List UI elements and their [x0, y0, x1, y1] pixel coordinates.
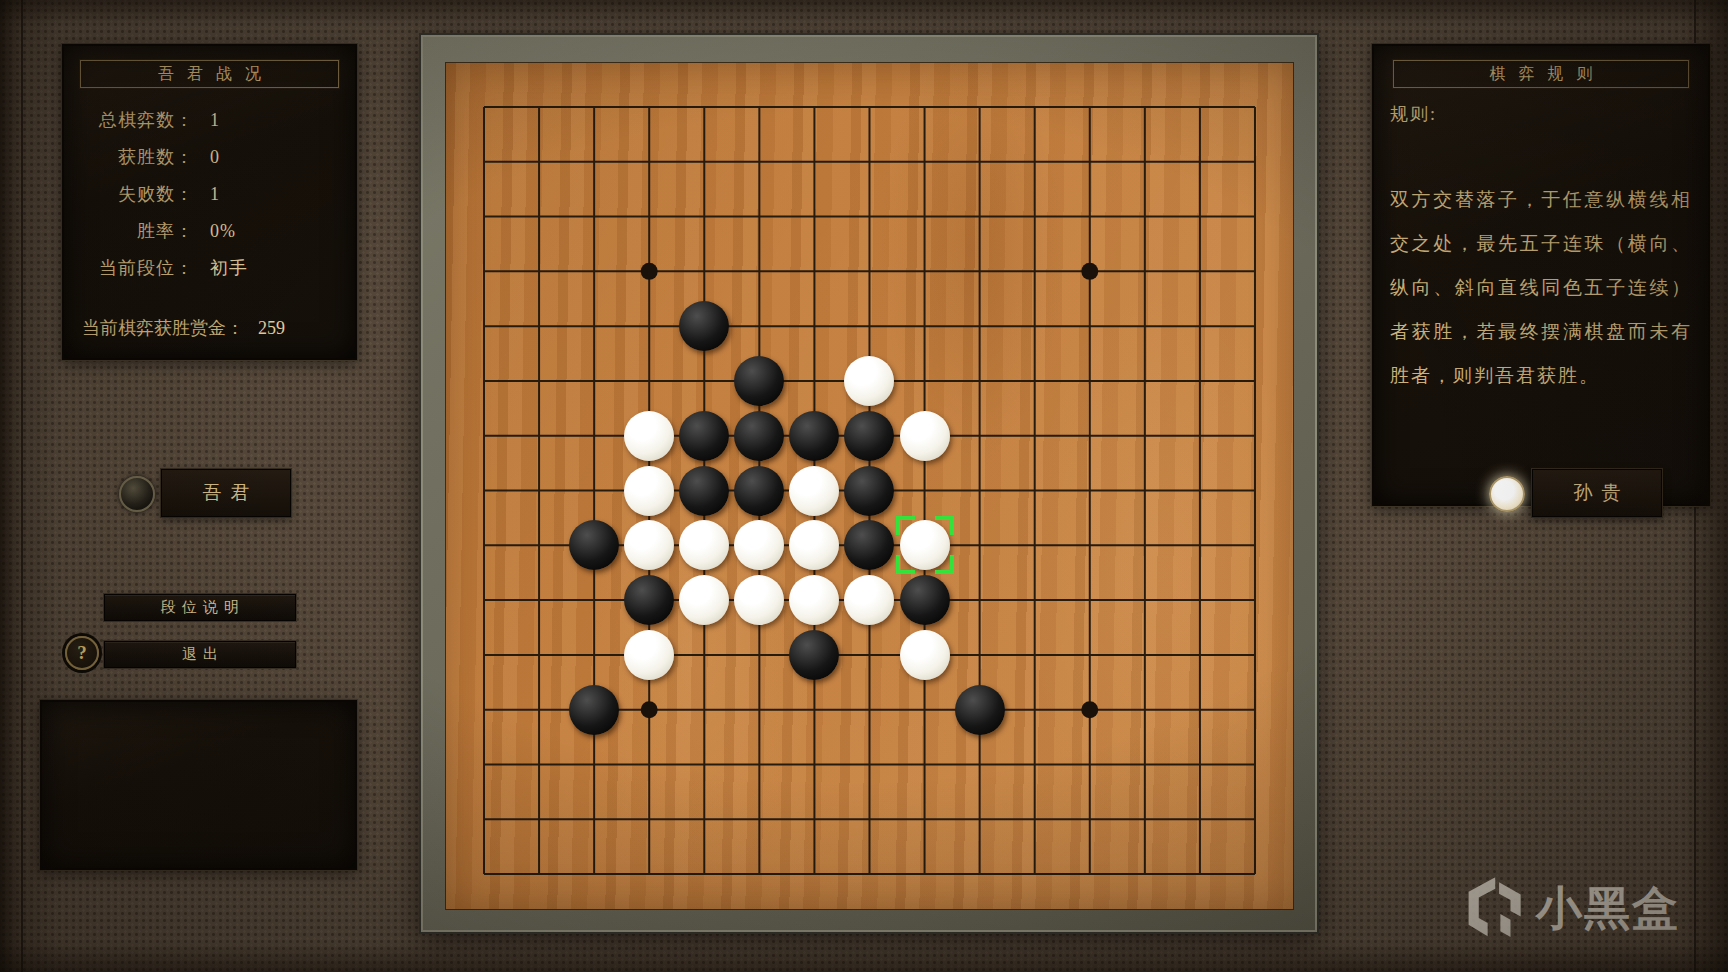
stat-wins: 获胜数： 0 [64, 145, 355, 182]
watermark-text: 小黑盒 [1536, 878, 1680, 940]
white-stone-indicator [1489, 476, 1525, 512]
white-stone [624, 630, 674, 680]
white-stone [900, 411, 950, 461]
white-stone [900, 520, 950, 570]
rules-panel-title: 棋弈规则 [1393, 60, 1689, 88]
stat-total-games: 总棋弈数： 1 [64, 108, 355, 145]
black-stone [734, 356, 784, 406]
bounty-row: 当前棋弈获胜赏金： 259 [64, 316, 355, 340]
stat-losses: 失败数： 1 [64, 182, 355, 219]
black-stone [624, 575, 674, 625]
bounty-label: 当前棋弈获胜赏金： [82, 316, 244, 340]
black-stone [900, 575, 950, 625]
white-player-name-plaque: 孙贵 [1532, 469, 1662, 517]
black-player-name-plaque: 吾君 [161, 469, 291, 517]
stat-win-rate: 胜率： 0% [64, 219, 355, 256]
black-stone [734, 411, 784, 461]
fabric-seam-left [21, 0, 23, 972]
black-player-name: 吾君 [194, 480, 259, 506]
black-stone [844, 411, 894, 461]
black-stone-indicator [119, 476, 155, 512]
black-stone [679, 411, 729, 461]
white-stone [624, 466, 674, 516]
black-stone [734, 466, 784, 516]
bounty-value: 259 [258, 318, 285, 339]
white-stone [789, 466, 839, 516]
exit-button[interactable]: 退出 [104, 641, 296, 668]
board-frame [419, 33, 1319, 934]
rank-info-button[interactable]: 段位说明 [104, 594, 296, 621]
player-stats-panel: 吾君战况 总棋弈数： 1 获胜数： 0 失败数： 1 胜率： 0% 当前段位： … [62, 44, 357, 360]
black-stone [789, 411, 839, 461]
heybox-logo-icon [1462, 876, 1526, 942]
black-stone [569, 685, 619, 735]
white-stone [624, 411, 674, 461]
stats-panel-title: 吾君战况 [80, 60, 338, 88]
rules-text: 双方交替落子，于任意纵横线相交之处，最先五子连珠（横向、纵向、斜向直线同色五子连… [1390, 178, 1692, 398]
help-icon[interactable]: ? [65, 636, 99, 670]
stat-current-rank: 当前段位： 初手 [64, 256, 355, 293]
gomoku-board[interactable] [445, 62, 1294, 910]
heybox-watermark: 小黑盒 [1462, 876, 1680, 942]
black-stone [789, 630, 839, 680]
black-stone [844, 466, 894, 516]
black-stone [955, 685, 1005, 735]
white-stone [900, 630, 950, 680]
white-player-name: 孙贵 [1565, 480, 1630, 506]
black-stone [679, 466, 729, 516]
stats-rows: 总棋弈数： 1 获胜数： 0 失败数： 1 胜率： 0% 当前段位： 初手 [64, 108, 355, 293]
rules-label: 规则: [1390, 102, 1708, 126]
rules-panel: 棋弈规则 规则: 双方交替落子，于任意纵横线相交之处，最先五子连珠（横向、纵向、… [1372, 44, 1710, 506]
empty-info-panel [40, 700, 357, 870]
